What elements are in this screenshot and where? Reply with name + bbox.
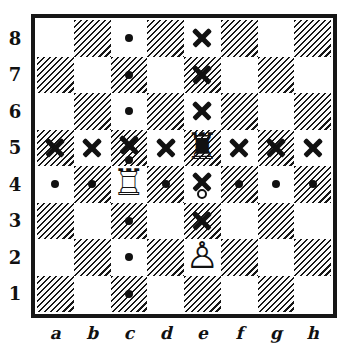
dot-mark-icon bbox=[125, 253, 133, 261]
dot-mark-icon bbox=[272, 180, 280, 188]
file-label-b: b bbox=[74, 322, 111, 344]
rank-label-8: 8 bbox=[2, 20, 28, 57]
rank-labels: 87654321 bbox=[2, 20, 28, 312]
square-c2[interactable] bbox=[111, 239, 148, 276]
square-c1[interactable] bbox=[111, 276, 148, 313]
dot-mark-icon bbox=[125, 217, 133, 225]
square-h2[interactable] bbox=[294, 239, 331, 276]
ring-mark-icon bbox=[197, 189, 207, 199]
x-mark-icon bbox=[192, 101, 213, 122]
dot-mark-icon bbox=[309, 180, 317, 188]
square-f4[interactable] bbox=[221, 166, 258, 203]
square-g2[interactable] bbox=[258, 239, 295, 276]
square-d3[interactable] bbox=[147, 203, 184, 240]
square-f8[interactable] bbox=[221, 20, 258, 57]
dot-mark-icon bbox=[125, 107, 133, 115]
dot-mark-icon bbox=[88, 180, 96, 188]
square-b8[interactable] bbox=[74, 20, 111, 57]
chess-diagram: 87654321 ♜♖♙ abcdefgh bbox=[0, 0, 349, 354]
square-c6[interactable] bbox=[111, 93, 148, 130]
square-f2[interactable] bbox=[221, 239, 258, 276]
white-pawn-icon: ♙ bbox=[186, 238, 219, 275]
square-g3[interactable] bbox=[258, 203, 295, 240]
square-e4[interactable] bbox=[184, 166, 221, 203]
square-f7[interactable] bbox=[221, 57, 258, 94]
file-labels: abcdefgh bbox=[37, 322, 331, 344]
x-mark-icon bbox=[82, 137, 103, 158]
file-label-g: g bbox=[258, 322, 295, 344]
board-grid: ♜♖♙ bbox=[37, 20, 331, 312]
square-h3[interactable] bbox=[294, 203, 331, 240]
square-d6[interactable] bbox=[147, 93, 184, 130]
square-b5[interactable] bbox=[74, 130, 111, 167]
file-label-h: h bbox=[294, 322, 331, 344]
square-e2[interactable]: ♙ bbox=[184, 239, 221, 276]
rank-label-2: 2 bbox=[2, 239, 28, 276]
square-h5[interactable] bbox=[294, 130, 331, 167]
square-g5[interactable] bbox=[258, 130, 295, 167]
dot-mark-icon bbox=[125, 71, 133, 79]
square-a4[interactable] bbox=[37, 166, 74, 203]
dot-mark-icon bbox=[51, 180, 59, 188]
square-b6[interactable] bbox=[74, 93, 111, 130]
file-label-a: a bbox=[37, 322, 74, 344]
file-label-f: f bbox=[221, 322, 258, 344]
square-b1[interactable] bbox=[74, 276, 111, 313]
x-mark-icon bbox=[155, 137, 176, 158]
square-a1[interactable] bbox=[37, 276, 74, 313]
square-e1[interactable] bbox=[184, 276, 221, 313]
square-b7[interactable] bbox=[74, 57, 111, 94]
square-d4[interactable] bbox=[147, 166, 184, 203]
dot-mark-icon bbox=[162, 180, 170, 188]
board-frame: ♜♖♙ bbox=[31, 14, 337, 318]
x-mark-icon bbox=[45, 137, 66, 158]
x-mark-icon bbox=[192, 28, 213, 49]
square-c3[interactable] bbox=[111, 203, 148, 240]
square-b2[interactable] bbox=[74, 239, 111, 276]
square-e3[interactable] bbox=[184, 203, 221, 240]
dot-mark-icon bbox=[235, 180, 243, 188]
square-h8[interactable] bbox=[294, 20, 331, 57]
square-h6[interactable] bbox=[294, 93, 331, 130]
rank-label-6: 6 bbox=[2, 93, 28, 130]
square-f1[interactable] bbox=[221, 276, 258, 313]
rank-label-5: 5 bbox=[2, 130, 28, 167]
square-g4[interactable] bbox=[258, 166, 295, 203]
square-c7[interactable] bbox=[111, 57, 148, 94]
square-g7[interactable] bbox=[258, 57, 295, 94]
file-label-d: d bbox=[147, 322, 184, 344]
square-e5[interactable]: ♜ bbox=[184, 130, 221, 167]
white-rook-icon: ♖ bbox=[112, 165, 145, 202]
rank-label-7: 7 bbox=[2, 57, 28, 94]
square-h4[interactable] bbox=[294, 166, 331, 203]
square-d5[interactable] bbox=[147, 130, 184, 167]
square-a7[interactable] bbox=[37, 57, 74, 94]
square-g6[interactable] bbox=[258, 93, 295, 130]
square-e8[interactable] bbox=[184, 20, 221, 57]
square-c4[interactable]: ♖ bbox=[111, 166, 148, 203]
x-mark-icon bbox=[118, 134, 139, 155]
square-a5[interactable] bbox=[37, 130, 74, 167]
square-c8[interactable] bbox=[111, 20, 148, 57]
file-label-e: e bbox=[184, 322, 221, 344]
square-g8[interactable] bbox=[258, 20, 295, 57]
square-b3[interactable] bbox=[74, 203, 111, 240]
square-f3[interactable] bbox=[221, 203, 258, 240]
square-a2[interactable] bbox=[37, 239, 74, 276]
square-c5[interactable] bbox=[111, 130, 148, 167]
x-mark-icon bbox=[265, 137, 286, 158]
square-h1[interactable] bbox=[294, 276, 331, 313]
x-mark-icon bbox=[192, 210, 213, 231]
x-mark-icon bbox=[229, 137, 250, 158]
x-mark-icon bbox=[192, 64, 213, 85]
square-a8[interactable] bbox=[37, 20, 74, 57]
rank-label-4: 4 bbox=[2, 166, 28, 203]
square-e6[interactable] bbox=[184, 93, 221, 130]
file-label-c: c bbox=[111, 322, 148, 344]
square-a6[interactable] bbox=[37, 93, 74, 130]
square-g1[interactable] bbox=[258, 276, 295, 313]
dot-mark-icon bbox=[125, 34, 133, 42]
square-d7[interactable] bbox=[147, 57, 184, 94]
square-a3[interactable] bbox=[37, 203, 74, 240]
square-d2[interactable] bbox=[147, 239, 184, 276]
square-b4[interactable] bbox=[74, 166, 111, 203]
rank-label-3: 3 bbox=[2, 203, 28, 240]
square-d1[interactable] bbox=[147, 276, 184, 313]
square-f5[interactable] bbox=[221, 130, 258, 167]
dot-mark-icon bbox=[125, 290, 133, 298]
rank-label-1: 1 bbox=[2, 276, 28, 313]
square-d8[interactable] bbox=[147, 20, 184, 57]
square-e7[interactable] bbox=[184, 57, 221, 94]
black-rook-icon: ♜ bbox=[186, 128, 219, 165]
square-h7[interactable] bbox=[294, 57, 331, 94]
square-f6[interactable] bbox=[221, 93, 258, 130]
x-mark-icon bbox=[302, 137, 323, 158]
